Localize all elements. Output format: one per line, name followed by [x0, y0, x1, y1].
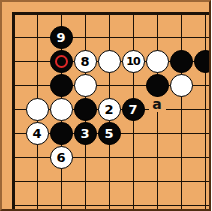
black-stone: [170, 50, 193, 73]
stone-number: 9: [56, 30, 65, 43]
black-stone: 9: [50, 26, 73, 49]
white-stone: 8: [74, 50, 97, 73]
stone-number: 3: [80, 126, 89, 139]
white-stone: [146, 50, 169, 73]
circle-mark: [55, 55, 68, 68]
go-board: 9810274356a: [0, 0, 211, 211]
point-label-a: a: [149, 97, 166, 112]
black-stone: [194, 50, 212, 73]
white-stone: 6: [50, 146, 73, 169]
black-stone: [50, 122, 73, 145]
black-stone: 5: [98, 122, 121, 145]
white-stone: [170, 74, 193, 97]
black-stone: 3: [74, 122, 97, 145]
white-stone: 2: [98, 98, 121, 121]
stone-number: 5: [104, 126, 113, 139]
stone-number: 4: [32, 126, 41, 139]
black-stone: [146, 74, 169, 97]
white-stone: [50, 98, 73, 121]
stone-number: 2: [104, 102, 113, 115]
stone-number: 8: [80, 54, 89, 67]
white-stone: [26, 98, 49, 121]
stone-number: 6: [56, 150, 65, 163]
white-stone: 10: [122, 50, 145, 73]
black-stone: [50, 50, 73, 73]
black-stone: 7: [122, 98, 145, 121]
stone-number: 10: [126, 55, 139, 66]
white-stone: 4: [26, 122, 49, 145]
black-stone: [74, 98, 97, 121]
stone-number: 7: [128, 102, 137, 115]
white-stone: [74, 74, 97, 97]
white-stone: [98, 50, 121, 73]
black-stone: [50, 74, 73, 97]
stones-layer: 9810274356a: [0, 0, 211, 211]
